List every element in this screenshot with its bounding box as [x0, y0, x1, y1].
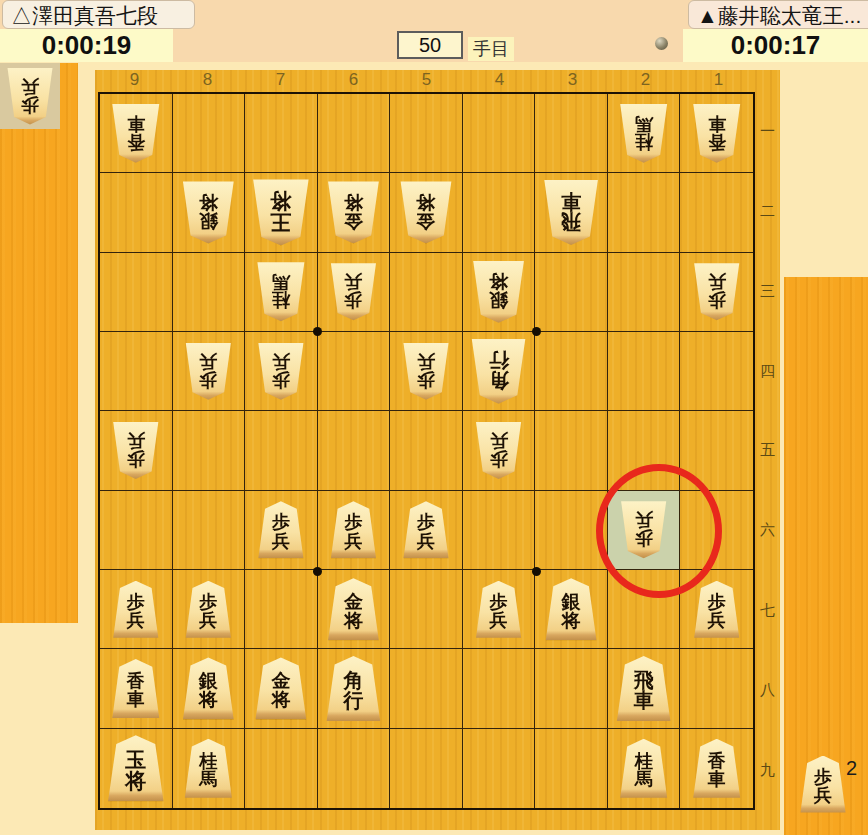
- shogi-piece[interactable]: 桂馬: [619, 104, 669, 163]
- piece-kanji: 歩兵: [21, 77, 39, 114]
- board-cell[interactable]: [463, 649, 536, 728]
- shogi-piece[interactable]: 歩兵: [184, 343, 232, 400]
- board-cell[interactable]: [390, 729, 463, 808]
- board-cell[interactable]: 香車: [680, 94, 753, 173]
- shogi-piece[interactable]: 金将: [326, 181, 380, 243]
- piece-kanji: 飛車: [561, 191, 581, 232]
- star-dot: [313, 327, 322, 336]
- board-cell[interactable]: [173, 94, 246, 173]
- star-dot: [532, 567, 541, 576]
- shogi-piece[interactable]: 金将: [326, 578, 380, 640]
- piece-kanji: 角行: [489, 350, 509, 391]
- piece-kanji: 金将: [416, 192, 435, 231]
- shogi-piece[interactable]: 香車: [692, 104, 742, 163]
- board-cell[interactable]: [680, 173, 753, 252]
- shogi-piece[interactable]: 王将: [251, 179, 310, 245]
- rank-labels: 一二三四五六七八九: [755, 92, 780, 810]
- board-cell[interactable]: [680, 332, 753, 411]
- board-cell[interactable]: [463, 94, 536, 173]
- piece-kanji: 香車: [708, 752, 726, 789]
- board-cell[interactable]: [318, 94, 391, 173]
- top-bar: △澤田真吾七段 0:00:19 手目 ▲藤井聡太竜王... 0:00:17: [0, 0, 868, 62]
- board-cell[interactable]: 角行: [318, 649, 391, 728]
- shogi-piece[interactable]: 桂馬: [256, 262, 306, 321]
- board-cell[interactable]: 歩兵: [173, 332, 246, 411]
- shogi-piece[interactable]: 歩兵: [6, 68, 54, 125]
- board-cell[interactable]: 歩兵: [173, 570, 246, 649]
- board-grid: 香車桂馬香車銀将王将金将金将飛車桂馬歩兵銀将歩兵歩兵歩兵歩兵角行歩兵歩兵歩兵歩兵…: [98, 92, 755, 810]
- shogi-piece[interactable]: 歩兵: [693, 581, 741, 638]
- piece-kanji: 歩兵: [490, 431, 508, 468]
- board-cell[interactable]: 香車: [100, 94, 173, 173]
- player-name-white: △澤田真吾七段: [2, 0, 195, 29]
- board-cell[interactable]: [390, 411, 463, 490]
- gote-komadai: 歩兵: [0, 63, 78, 623]
- shogi-piece[interactable]: 歩兵: [257, 343, 305, 400]
- board-cell[interactable]: 歩兵: [390, 332, 463, 411]
- piece-kanji: 金将: [344, 192, 363, 231]
- shogi-piece[interactable]: 銀将: [544, 578, 598, 640]
- piece-kanji: 香車: [708, 114, 726, 151]
- rank-label: 九: [755, 730, 780, 810]
- rank-label: 六: [755, 491, 780, 571]
- piece-kanji: 銀将: [199, 671, 218, 710]
- player-clock-black: 0:00:17: [683, 29, 868, 62]
- board-cell[interactable]: 歩兵: [318, 253, 391, 332]
- rank-label: 八: [755, 650, 780, 730]
- star-dot: [313, 567, 322, 576]
- board-cell[interactable]: 歩兵: [245, 491, 318, 570]
- board-cell[interactable]: 銀将: [535, 570, 608, 649]
- board-cell[interactable]: [318, 729, 391, 808]
- piece-kanji: 銀将: [199, 192, 218, 231]
- piece-kanji: 桂馬: [272, 272, 290, 309]
- shogi-piece[interactable]: 銀将: [472, 261, 526, 323]
- piece-kanji: 歩兵: [708, 593, 726, 630]
- board-cell[interactable]: [100, 332, 173, 411]
- board-cell[interactable]: 香車: [100, 649, 173, 728]
- move-counter-label: 手目: [468, 37, 514, 61]
- board-cell[interactable]: [535, 332, 608, 411]
- board-cell[interactable]: 桂馬: [245, 253, 318, 332]
- piece-kanji: 桂馬: [635, 114, 653, 151]
- board-cell[interactable]: [463, 729, 536, 808]
- piece-kanji: 角行: [343, 670, 363, 711]
- board-cell[interactable]: 金将: [390, 173, 463, 252]
- board-cell[interactable]: [100, 253, 173, 332]
- board-cell[interactable]: 歩兵: [680, 253, 753, 332]
- shogi-piece[interactable]: 銀将: [181, 657, 235, 719]
- piece-kanji: 歩兵: [708, 272, 726, 309]
- board-cell[interactable]: 歩兵: [390, 491, 463, 570]
- board-cell[interactable]: 銀将: [173, 649, 246, 728]
- shogi-piece[interactable]: 飛車: [615, 656, 672, 721]
- board-cell[interactable]: 香車: [680, 729, 753, 808]
- gote-hand-cell[interactable]: 歩兵: [0, 63, 60, 129]
- file-label: 7: [244, 70, 317, 92]
- rank-label: 五: [755, 411, 780, 491]
- board-cell[interactable]: [390, 253, 463, 332]
- board-cell[interactable]: [608, 332, 681, 411]
- board-cell[interactable]: [390, 649, 463, 728]
- piece-kanji: 歩兵: [417, 513, 435, 550]
- shogi-piece[interactable]: 歩兵: [184, 581, 232, 638]
- move-number-input[interactable]: [397, 31, 463, 59]
- board-cell[interactable]: 歩兵: [245, 332, 318, 411]
- board-cell[interactable]: 王将: [245, 173, 318, 252]
- piece-kanji: 飛車: [634, 670, 654, 711]
- board-cell[interactable]: [390, 570, 463, 649]
- player-clock-white: 0:00:19: [0, 29, 173, 62]
- file-label: 3: [536, 70, 609, 92]
- turn-indicator-led: [655, 37, 668, 50]
- board-cell[interactable]: 桂馬: [608, 729, 681, 808]
- last-move-circle: [596, 464, 722, 598]
- piece-kanji: 桂馬: [199, 752, 217, 789]
- shogi-piece[interactable]: 香車: [111, 659, 161, 718]
- piece-kanji: 歩兵: [272, 513, 290, 550]
- shogi-piece[interactable]: 歩兵: [475, 581, 523, 638]
- shogi-piece[interactable]: 歩兵: [329, 263, 377, 320]
- file-label: 8: [171, 70, 244, 92]
- shogi-piece[interactable]: 歩兵: [693, 263, 741, 320]
- board-cell[interactable]: [100, 491, 173, 570]
- star-dot: [532, 327, 541, 336]
- file-label: 6: [317, 70, 390, 92]
- board-cell[interactable]: [173, 491, 246, 570]
- board-cell[interactable]: 歩兵: [463, 411, 536, 490]
- sente-hand-slot[interactable]: 歩兵: [792, 749, 854, 819]
- file-label: 9: [98, 70, 171, 92]
- shogi-piece[interactable]: 歩兵: [112, 581, 160, 638]
- piece-kanji: 歩兵: [490, 593, 508, 630]
- piece-kanji: 玉将: [125, 749, 146, 792]
- board-cell[interactable]: [680, 649, 753, 728]
- board-cell[interactable]: 金将: [318, 570, 391, 649]
- board-cell[interactable]: [318, 411, 391, 490]
- piece-kanji: 金将: [271, 671, 290, 710]
- rank-label: 七: [755, 571, 780, 651]
- shogi-piece[interactable]: 桂馬: [619, 739, 669, 798]
- piece-kanji: 歩兵: [127, 431, 145, 468]
- file-label: 5: [390, 70, 463, 92]
- shogi-piece[interactable]: 歩兵: [475, 422, 523, 479]
- piece-kanji: 歩兵: [272, 352, 290, 389]
- shogi-piece[interactable]: 玉将: [106, 735, 165, 801]
- board-cell[interactable]: 桂馬: [173, 729, 246, 808]
- shogi-piece[interactable]: 角行: [470, 339, 527, 404]
- shogi-piece[interactable]: 金将: [399, 181, 453, 243]
- board-cell[interactable]: [245, 94, 318, 173]
- shogi-piece[interactable]: 歩兵: [402, 343, 450, 400]
- board-cell[interactable]: 金将: [245, 649, 318, 728]
- board-cell[interactable]: [535, 649, 608, 728]
- piece-kanji: 銀将: [562, 592, 581, 631]
- shogi-piece[interactable]: 飛車: [543, 180, 600, 245]
- board-cell[interactable]: 歩兵: [100, 411, 173, 490]
- player-name-black: ▲藤井聡太竜王...: [688, 0, 868, 29]
- board-cell[interactable]: [390, 94, 463, 173]
- shogi-piece[interactable]: 桂馬: [183, 739, 233, 798]
- file-label: 2: [609, 70, 682, 92]
- piece-kanji: 歩兵: [344, 272, 362, 309]
- board-cell[interactable]: [245, 570, 318, 649]
- shogi-piece[interactable]: 歩兵: [402, 501, 450, 558]
- piece-kanji: 香車: [127, 114, 145, 151]
- piece-kanji: 香車: [127, 672, 145, 709]
- piece-kanji: 歩兵: [344, 513, 362, 550]
- piece-kanji: 金将: [344, 592, 363, 631]
- piece-kanji: 王将: [270, 190, 291, 233]
- rank-label: 二: [755, 172, 780, 252]
- piece-kanji: 桂馬: [635, 752, 653, 789]
- shogi-board: 987654321 一二三四五六七八九 香車桂馬香車銀将王将金将金将飛車桂馬歩兵…: [95, 70, 780, 830]
- board-cell[interactable]: [100, 173, 173, 252]
- piece-kanji: 銀将: [489, 271, 508, 310]
- board-cell[interactable]: 金将: [318, 173, 391, 252]
- board-cell[interactable]: [245, 411, 318, 490]
- file-label: 1: [682, 70, 755, 92]
- board-cell[interactable]: 銀将: [463, 253, 536, 332]
- piece-kanji: 歩兵: [199, 352, 217, 389]
- piece-kanji: 歩兵: [127, 593, 145, 630]
- board-cell[interactable]: [535, 411, 608, 490]
- piece-kanji: 歩兵: [199, 593, 217, 630]
- rank-label: 一: [755, 92, 780, 172]
- piece-kanji: 歩兵: [417, 352, 435, 389]
- shogi-piece[interactable]: 金将: [254, 657, 308, 719]
- file-label: 4: [463, 70, 536, 92]
- shogi-piece[interactable]: 歩兵: [329, 501, 377, 558]
- shogi-app: △澤田真吾七段 0:00:19 手目 ▲藤井聡太竜王... 0:00:17 歩兵…: [0, 0, 868, 835]
- board-cell[interactable]: 角行: [463, 332, 536, 411]
- board-cell[interactable]: [535, 94, 608, 173]
- rank-label: 三: [755, 252, 780, 332]
- board-cell[interactable]: 歩兵: [318, 491, 391, 570]
- shogi-piece[interactable]: 角行: [325, 656, 382, 721]
- shogi-piece[interactable]: 香車: [111, 104, 161, 163]
- rank-label: 四: [755, 331, 780, 411]
- shogi-piece[interactable]: 歩兵: [112, 422, 160, 479]
- shogi-piece[interactable]: 歩兵: [257, 501, 305, 558]
- piece-kanji: 歩兵: [814, 768, 832, 805]
- board-cell[interactable]: [535, 253, 608, 332]
- board-cell[interactable]: 玉将: [100, 729, 173, 808]
- board-cell[interactable]: [318, 332, 391, 411]
- board-cell[interactable]: [173, 411, 246, 490]
- shogi-piece[interactable]: 香車: [692, 739, 742, 798]
- board-cell[interactable]: 歩兵: [463, 570, 536, 649]
- board-cell[interactable]: [463, 173, 536, 252]
- board-cell[interactable]: [463, 491, 536, 570]
- board-cell[interactable]: [245, 729, 318, 808]
- board-cell[interactable]: [173, 253, 246, 332]
- shogi-piece[interactable]: 歩兵: [799, 756, 847, 813]
- board-cell[interactable]: 桂馬: [608, 94, 681, 173]
- board-cell[interactable]: [608, 253, 681, 332]
- board-cell[interactable]: [608, 173, 681, 252]
- sente-komadai: 歩兵 2: [784, 277, 868, 835]
- board-cell[interactable]: 飛車: [535, 173, 608, 252]
- hand-piece-count: 2: [846, 757, 857, 780]
- board-cell[interactable]: [535, 729, 608, 808]
- board-cell[interactable]: 歩兵: [100, 570, 173, 649]
- board-cell[interactable]: 銀将: [173, 173, 246, 252]
- file-labels: 987654321: [98, 70, 755, 92]
- board-cell[interactable]: 飛車: [608, 649, 681, 728]
- shogi-piece[interactable]: 銀将: [181, 181, 235, 243]
